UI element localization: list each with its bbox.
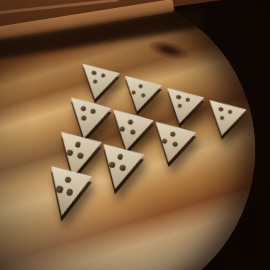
pip-dot xyxy=(66,188,74,196)
pip-dot xyxy=(77,152,84,159)
pip-dot xyxy=(119,164,126,171)
pip-dot xyxy=(176,95,181,100)
pip-dot xyxy=(177,103,182,108)
pip-dot xyxy=(64,176,72,184)
pip-dot xyxy=(92,79,97,84)
pip-dot xyxy=(219,115,224,120)
pip-dot xyxy=(81,115,87,121)
pip-dot xyxy=(117,153,124,160)
pip-dot xyxy=(56,185,64,193)
pip-dot xyxy=(218,107,223,112)
pip-dot xyxy=(138,84,143,89)
pip-dot xyxy=(127,119,133,125)
pip-dot xyxy=(109,162,116,169)
pip-dot xyxy=(172,141,178,147)
pip-dot xyxy=(140,92,145,97)
pip-dot xyxy=(80,105,86,111)
tile-cell xyxy=(39,169,92,218)
pip-dot xyxy=(227,109,232,114)
pip-dot xyxy=(90,108,96,114)
pip-dot xyxy=(169,131,175,137)
tabletop-scene xyxy=(0,0,270,270)
pip-dot xyxy=(74,141,81,148)
pip-dot xyxy=(120,126,126,132)
pip-dot xyxy=(162,138,168,144)
pip-dot xyxy=(131,90,136,95)
pip-dot xyxy=(185,97,190,102)
pip-dot xyxy=(91,70,96,75)
pip-dot xyxy=(130,129,136,135)
pip-dot xyxy=(67,149,74,156)
tile-cell xyxy=(92,144,145,193)
triangle-tile[interactable] xyxy=(200,99,247,141)
pip-dot xyxy=(101,73,106,78)
